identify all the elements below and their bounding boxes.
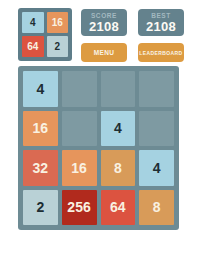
empty-cell-r1c3 <box>101 71 136 107</box>
score-box: SCORE 2108 <box>81 9 127 36</box>
logo-tile-4: 4 <box>22 12 44 33</box>
empty-cell-r2c2 <box>62 111 97 147</box>
logo-tile-grid: 416642 <box>18 8 72 61</box>
tile-8-r4c4: 8 <box>139 190 174 226</box>
leaderboard-button[interactable]: LEADERBOARD <box>138 43 184 62</box>
menu-button[interactable]: MENU <box>81 43 127 62</box>
best-box: BEST 2108 <box>138 9 184 36</box>
logo-tile-2: 2 <box>47 36 69 57</box>
logo-tile-16: 16 <box>47 12 69 33</box>
tile-64-r4c3: 64 <box>101 190 136 226</box>
tile-2-r4c1: 2 <box>23 190 58 226</box>
tile-4-r3c4: 4 <box>139 150 174 186</box>
tile-16-r3c2: 16 <box>62 150 97 186</box>
game-page: 416642 SCORE 2108 BEST 2108 MENU LEADERB… <box>0 0 200 266</box>
score-value: 2108 <box>89 20 119 34</box>
game-board[interactable]: 41643216842256648 <box>18 66 179 230</box>
tile-8-r3c3: 8 <box>101 150 136 186</box>
empty-cell-r2c4 <box>139 111 174 147</box>
empty-cell-r1c2 <box>62 71 97 107</box>
tile-256-r4c2: 256 <box>62 190 97 226</box>
tile-4-r1c1: 4 <box>23 71 58 107</box>
tile-4-r2c3: 4 <box>101 111 136 147</box>
tile-32-r3c1: 32 <box>23 150 58 186</box>
logo-tile-64: 64 <box>22 36 44 57</box>
best-value: 2108 <box>146 20 176 34</box>
tile-16-r2c1: 16 <box>23 111 58 147</box>
empty-cell-r1c4 <box>139 71 174 107</box>
